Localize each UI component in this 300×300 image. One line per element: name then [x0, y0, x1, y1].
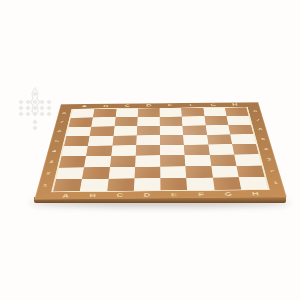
square-d5: [136, 135, 160, 145]
rank-label-6: 6: [254, 125, 267, 134]
square-f6: [183, 125, 207, 135]
square-e1: [160, 178, 187, 191]
square-g2: [211, 166, 239, 178]
square-a6: [66, 126, 91, 136]
square-a4: [62, 146, 88, 157]
square-g7: [204, 116, 228, 125]
rank-label-8: 8: [249, 107, 261, 116]
square-f2: [186, 166, 213, 178]
file-label-f: F: [187, 192, 215, 198]
square-c8: [115, 109, 138, 118]
square-e3: [160, 155, 185, 166]
square-e2: [160, 166, 186, 178]
rank-label-3: 3: [262, 154, 276, 165]
rank-label-1: 1: [38, 179, 53, 191]
square-a3: [59, 156, 86, 167]
rank-label-1: 1: [268, 177, 283, 189]
rank-label-6: 6: [53, 127, 66, 137]
square-c2: [108, 167, 135, 179]
square-b3: [84, 156, 111, 167]
product-photo-canvas: ABCDEFGH ABCDEFGH 87654321 87654321: [0, 0, 300, 300]
manufacturer-watermark-icon: [12, 82, 58, 132]
square-e5: [160, 135, 184, 145]
square-f3: [185, 155, 211, 166]
square-d2: [134, 166, 160, 178]
square-g5: [207, 134, 232, 144]
square-d8: [137, 108, 159, 117]
playing-field: [51, 107, 270, 193]
file-label-e: E: [160, 192, 187, 198]
file-label-a: A: [51, 193, 79, 199]
rank-label-4: 4: [47, 146, 61, 157]
rank-label-7: 7: [252, 116, 265, 125]
square-d3: [135, 155, 160, 166]
square-b4: [86, 146, 112, 157]
square-f4: [184, 144, 209, 155]
square-g3: [209, 155, 236, 166]
square-a7: [69, 118, 93, 127]
square-b1: [80, 179, 108, 192]
square-g6: [205, 125, 230, 135]
file-label-d: D: [133, 192, 160, 198]
file-label-b: B: [79, 193, 107, 199]
square-b6: [90, 126, 114, 136]
square-f7: [182, 116, 205, 125]
square-f5: [183, 135, 208, 145]
rank-label-3: 3: [44, 156, 58, 167]
file-label-g: G: [214, 191, 242, 197]
square-e8: [160, 108, 182, 117]
square-h7: [226, 116, 251, 125]
square-f8: [181, 108, 204, 117]
square-c4: [111, 145, 136, 156]
square-c5: [112, 135, 136, 145]
square-b8: [93, 109, 116, 118]
rank-label-7: 7: [55, 118, 67, 127]
square-h5: [230, 134, 256, 144]
square-b2: [82, 167, 109, 179]
rank-label-2: 2: [265, 165, 280, 177]
square-h1: [239, 177, 268, 190]
square-d1: [134, 178, 161, 191]
square-d7: [137, 117, 160, 126]
square-c3: [110, 156, 136, 167]
rank-label-2: 2: [41, 168, 55, 180]
square-e7: [160, 117, 183, 126]
square-h2: [236, 165, 264, 177]
square-d6: [137, 126, 160, 136]
square-b7: [91, 117, 115, 126]
square-c7: [114, 117, 137, 126]
square-g1: [212, 177, 241, 190]
square-h8: [225, 107, 249, 116]
rank-label-4: 4: [259, 144, 273, 154]
square-a5: [64, 136, 90, 146]
rank-label-5: 5: [257, 134, 270, 144]
square-h3: [234, 154, 262, 165]
file-label-h: H: [241, 191, 269, 197]
square-a8: [71, 109, 95, 118]
chessboard: ABCDEFGH ABCDEFGH 87654321 87654321: [34, 102, 286, 199]
square-h6: [228, 125, 253, 135]
square-f1: [186, 177, 214, 190]
square-d4: [135, 145, 160, 156]
square-e4: [160, 145, 185, 156]
square-h4: [232, 144, 259, 155]
square-b5: [88, 136, 113, 146]
square-g8: [203, 108, 226, 117]
rank-label-5: 5: [50, 136, 63, 146]
square-e6: [160, 126, 183, 136]
file-label-c: C: [106, 192, 134, 198]
square-c6: [113, 126, 137, 136]
rank-label-8: 8: [58, 109, 70, 118]
square-c1: [107, 178, 134, 191]
square-a1: [53, 179, 82, 192]
square-g4: [208, 144, 234, 155]
square-a2: [56, 167, 84, 179]
